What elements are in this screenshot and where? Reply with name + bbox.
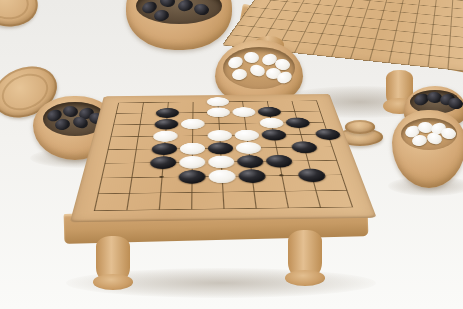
board-intersection [115, 170, 147, 186]
board-intersection [236, 168, 268, 183]
black-stone [207, 142, 233, 154]
black-stone [257, 107, 282, 117]
board-intersection [147, 155, 177, 169]
bowl-white-stone [227, 55, 245, 70]
bowl-white-stone [244, 52, 260, 64]
main-goban [70, 94, 377, 222]
board-intersection [112, 185, 146, 202]
black-stone [236, 155, 263, 168]
black-stone [265, 155, 293, 168]
board-intersection [235, 154, 266, 168]
board-intersection [257, 117, 285, 129]
bowl-black-stone [177, 0, 194, 13]
black-stone [151, 143, 177, 155]
board-intersection [178, 142, 207, 156]
board-intersection [316, 140, 348, 153]
board-intersection [270, 199, 306, 217]
board-intersection [305, 106, 334, 117]
bowl-white-stone [231, 68, 247, 81]
board-grid [75, 95, 371, 219]
board-intersection [180, 97, 205, 108]
board-intersection [175, 184, 207, 201]
board-intersection [206, 129, 234, 142]
bowl-black-stone [153, 9, 169, 22]
board-intersection [295, 167, 329, 182]
black-stone [314, 128, 342, 139]
board-intersection [291, 153, 324, 167]
board-intersection [231, 117, 259, 129]
board-intersection [98, 119, 127, 131]
board-intersection [179, 107, 205, 118]
board-intersection [205, 118, 232, 130]
board-intersection [130, 97, 156, 108]
board-intersection [309, 116, 339, 128]
board-intersection [146, 169, 177, 185]
board-intersection [102, 108, 130, 119]
board-intersection [75, 202, 111, 220]
bowl-black-stone [160, 0, 176, 7]
board-intersection [154, 107, 180, 118]
main-goban-surface [70, 94, 377, 222]
board-intersection [265, 168, 298, 183]
bowl-black-top-left [126, 0, 232, 50]
board-intersection [205, 107, 231, 118]
white-stone [234, 129, 260, 140]
board-intersection [123, 130, 152, 143]
white-stone [152, 130, 177, 141]
lid-right-knob [345, 120, 375, 134]
board-intersection [288, 140, 319, 153]
black-stone [284, 117, 310, 128]
main-goban-right-leg [288, 230, 322, 280]
board-intersection [95, 130, 125, 143]
board-intersection [206, 169, 237, 184]
board-intersection [237, 183, 270, 200]
board-intersection [177, 155, 206, 169]
board-intersection [320, 153, 353, 167]
board-intersection [302, 198, 339, 216]
bowl-black-stone [54, 118, 70, 131]
white-stone [179, 156, 205, 169]
board-intersection [144, 184, 177, 201]
board-intersection [149, 142, 178, 156]
board-intersection [152, 118, 179, 130]
black-stone [296, 168, 326, 182]
board-intersection [230, 106, 257, 117]
black-stone [260, 129, 286, 140]
bowl-black-stone [447, 97, 463, 110]
white-stone [179, 142, 204, 154]
board-intersection [207, 200, 240, 218]
board-intersection [104, 97, 131, 108]
board-intersection [333, 198, 371, 216]
white-stone [208, 169, 236, 183]
bowl-white-stone [440, 127, 457, 140]
board-intersection [125, 118, 153, 130]
bowl-white-stone [249, 63, 266, 78]
board-intersection [84, 170, 118, 186]
board-intersection [255, 106, 283, 117]
board-intersection [179, 118, 206, 130]
board-intersection [118, 156, 149, 171]
board-intersection [259, 128, 288, 141]
black-stone [149, 156, 176, 169]
black-stone [178, 170, 205, 184]
go-scene-photo [0, 0, 463, 309]
board-intersection [176, 169, 207, 184]
board-intersection [205, 96, 230, 107]
board-intersection [268, 183, 302, 200]
white-stone [208, 155, 235, 168]
board-intersection [254, 96, 281, 106]
white-stone [232, 107, 256, 117]
board-intersection [278, 96, 305, 106]
white-stone [235, 142, 261, 154]
white-stone [206, 97, 229, 106]
black-stone [155, 108, 179, 118]
board-intersection [298, 182, 333, 199]
board-intersection [229, 96, 255, 107]
board-intersection [151, 130, 179, 143]
board-intersection [128, 107, 155, 118]
bowl-white-stone [411, 134, 427, 147]
board-intersection [324, 167, 359, 182]
board-intersection [175, 200, 208, 218]
board-intersection [233, 141, 263, 154]
black-stone [154, 119, 178, 130]
board-intersection [312, 128, 343, 141]
board-intersection [280, 106, 308, 117]
board-intersection [283, 117, 312, 129]
black-stone [238, 169, 266, 183]
corner-lid [0, 0, 42, 32]
white-stone [207, 107, 230, 117]
board-intersection [232, 129, 261, 142]
main-goban-left-leg [96, 236, 130, 284]
white-stone [180, 118, 204, 129]
bowl-black-stone [63, 106, 79, 118]
white-stone [207, 130, 232, 141]
board-intersection [108, 201, 143, 219]
bowl-white-right-front [392, 110, 463, 188]
board-intersection [207, 184, 239, 201]
board-intersection [155, 97, 181, 108]
board-intersection [88, 156, 120, 171]
board-intersection [178, 129, 206, 142]
board-intersection [328, 182, 364, 198]
board-intersection [285, 128, 315, 141]
board-intersection [92, 143, 123, 157]
board-intersection [263, 154, 295, 168]
board-intersection [261, 141, 291, 154]
board-intersection [206, 155, 236, 169]
white-stone [259, 118, 284, 129]
black-stone [290, 141, 318, 153]
board-intersection [239, 199, 273, 217]
bowl-black-stone [193, 3, 210, 16]
board-intersection [142, 201, 176, 219]
board-intersection [302, 95, 330, 105]
board-intersection [120, 142, 150, 156]
board-intersection [206, 141, 235, 154]
board-intersection [80, 185, 115, 202]
